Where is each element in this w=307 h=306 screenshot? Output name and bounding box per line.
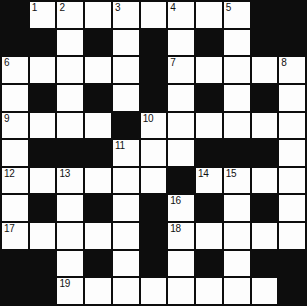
white-cell-r3c10[interactable] [279,85,305,111]
white-cell-r4c7[interactable] [196,113,222,139]
black-cell-r1c0 [2,30,28,56]
white-cell-r0c5[interactable] [141,2,167,28]
white-cell-r10c5[interactable] [141,278,167,304]
black-cell-r1c9 [252,30,278,56]
white-cell-r10c8[interactable] [224,278,250,304]
white-cell-r4c0[interactable]: 9 [2,113,28,139]
clue-number-8: 8 [281,57,286,68]
white-cell-r7c10[interactable] [279,195,305,221]
white-cell-r0c2[interactable]: 2 [57,2,83,28]
black-cell-r3c7 [196,85,222,111]
white-cell-r6c10[interactable] [279,168,305,194]
white-cell-r10c7[interactable] [196,278,222,304]
black-cell-r6c6 [168,168,194,194]
white-cell-r1c2[interactable] [57,30,83,56]
black-cell-r9c0 [2,251,28,277]
white-cell-r5c10[interactable] [279,140,305,166]
white-cell-r6c7[interactable]: 14 [196,168,222,194]
white-cell-r7c6[interactable]: 16 [168,195,194,221]
black-cell-r5c1 [30,140,56,166]
black-cell-r3c5 [141,85,167,111]
white-cell-r6c0[interactable]: 12 [2,168,28,194]
clue-number-16: 16 [170,195,181,206]
white-cell-r10c4[interactable] [113,278,139,304]
white-cell-r7c8[interactable] [224,195,250,221]
white-cell-r4c1[interactable] [30,113,56,139]
crossword-board: 12345678910111213141516171819 [0,0,307,306]
black-cell-r4c4 [113,113,139,139]
white-cell-r2c10[interactable]: 8 [279,57,305,83]
white-cell-r10c9[interactable] [252,278,278,304]
white-cell-r5c0[interactable] [2,140,28,166]
black-cell-r10c1 [30,278,56,304]
clue-number-11: 11 [115,140,125,151]
black-cell-r2c5 [141,57,167,83]
white-cell-r9c8[interactable] [224,251,250,277]
white-cell-r5c5[interactable] [141,140,167,166]
white-cell-r10c2[interactable]: 19 [57,278,83,304]
black-cell-r1c5 [141,30,167,56]
white-cell-r8c6[interactable]: 18 [168,223,194,249]
white-cell-r7c4[interactable] [113,195,139,221]
white-cell-r2c1[interactable] [30,57,56,83]
clue-number-4: 4 [170,2,175,13]
black-cell-r7c5 [141,195,167,221]
white-cell-r6c5[interactable] [141,168,167,194]
white-cell-r3c4[interactable] [113,85,139,111]
clue-number-3: 3 [115,2,120,13]
black-cell-r9c5 [141,251,167,277]
white-cell-r0c8[interactable]: 5 [224,2,250,28]
white-cell-r4c8[interactable] [224,113,250,139]
black-cell-r0c0 [2,2,28,28]
black-cell-r5c8 [224,140,250,166]
white-cell-r3c2[interactable] [57,85,83,111]
clue-number-5: 5 [226,2,231,13]
white-cell-r5c6[interactable] [168,140,194,166]
white-cell-r4c5[interactable]: 10 [141,113,167,139]
white-cell-r1c8[interactable] [224,30,250,56]
white-cell-r0c6[interactable]: 4 [168,2,194,28]
clue-number-6: 6 [4,57,9,68]
white-cell-r2c2[interactable] [57,57,83,83]
white-cell-r8c0[interactable]: 17 [2,223,28,249]
white-cell-r8c4[interactable] [113,223,139,249]
white-cell-r2c8[interactable] [224,57,250,83]
black-cell-r9c1 [30,251,56,277]
black-cell-r5c7 [196,140,222,166]
white-cell-r2c4[interactable] [113,57,139,83]
black-cell-r1c3 [85,30,111,56]
white-cell-r6c3[interactable] [85,168,111,194]
black-cell-r3c3 [85,85,111,111]
white-cell-r8c7[interactable] [196,223,222,249]
black-cell-r3c9 [252,85,278,111]
clue-number-10: 10 [143,113,154,124]
white-cell-r3c0[interactable] [2,85,28,111]
black-cell-r7c1 [30,195,56,221]
clue-number-1: 1 [32,2,37,13]
white-cell-r8c8[interactable] [224,223,250,249]
white-cell-r6c1[interactable] [30,168,56,194]
white-cell-r4c9[interactable] [252,113,278,139]
white-cell-r3c8[interactable] [224,85,250,111]
white-cell-r4c6[interactable] [168,113,194,139]
white-cell-r2c9[interactable] [252,57,278,83]
black-cell-r8c5 [141,223,167,249]
black-cell-r0c10 [279,2,305,28]
white-cell-r4c10[interactable] [279,113,305,139]
black-cell-r9c10 [279,251,305,277]
white-cell-r8c2[interactable] [57,223,83,249]
clue-number-9: 9 [4,113,9,124]
white-cell-r2c0[interactable]: 6 [2,57,28,83]
white-cell-r4c3[interactable] [85,113,111,139]
white-cell-r6c8[interactable]: 15 [224,168,250,194]
black-cell-r9c7 [196,251,222,277]
black-cell-r10c0 [2,278,28,304]
black-cell-r7c9 [252,195,278,221]
white-cell-r6c9[interactable] [252,168,278,194]
black-cell-r5c2 [57,140,83,166]
white-cell-r1c4[interactable] [113,30,139,56]
clue-number-17: 17 [4,223,15,234]
white-cell-r8c3[interactable] [85,223,111,249]
white-cell-r2c7[interactable] [196,57,222,83]
white-cell-r1c6[interactable] [168,30,194,56]
clue-number-12: 12 [4,168,15,179]
white-cell-r10c6[interactable] [168,278,194,304]
black-cell-r5c3 [85,140,111,166]
white-cell-r2c6[interactable]: 7 [168,57,194,83]
black-cell-r5c9 [252,140,278,166]
white-cell-r7c0[interactable] [2,195,28,221]
white-cell-r9c6[interactable] [168,251,194,277]
black-cell-r9c3 [85,251,111,277]
white-cell-r6c4[interactable] [113,168,139,194]
clue-number-14: 14 [198,168,209,179]
clue-number-15: 15 [226,168,237,179]
clue-number-18: 18 [170,223,181,234]
clue-number-13: 13 [59,168,70,179]
white-cell-r2c3[interactable] [85,57,111,83]
clue-number-7: 7 [170,57,175,68]
white-cell-r4c2[interactable] [57,113,83,139]
white-cell-r8c1[interactable] [30,223,56,249]
white-cell-r9c4[interactable] [113,251,139,277]
white-cell-r3c6[interactable] [168,85,194,111]
white-cell-r8c10[interactable] [279,223,305,249]
black-cell-r10c10 [279,278,305,304]
black-cell-r1c1 [30,30,56,56]
white-cell-r5c4[interactable]: 11 [113,140,139,166]
white-cell-r10c3[interactable] [85,278,111,304]
clue-number-19: 19 [59,278,70,289]
black-cell-r7c3 [85,195,111,221]
white-cell-r0c7[interactable] [196,2,222,28]
white-cell-r0c1[interactable]: 1 [30,2,56,28]
white-cell-r8c9[interactable] [252,223,278,249]
white-cell-r0c4[interactable]: 3 [113,2,139,28]
black-cell-r3c1 [30,85,56,111]
white-cell-r7c2[interactable] [57,195,83,221]
clue-number-2: 2 [59,2,64,13]
black-cell-r0c9 [252,2,278,28]
black-cell-r1c10 [279,30,305,56]
white-cell-r6c2[interactable]: 13 [57,168,83,194]
white-cell-r9c2[interactable] [57,251,83,277]
black-cell-r9c9 [252,251,278,277]
black-cell-r1c7 [196,30,222,56]
white-cell-r0c3[interactable] [85,2,111,28]
black-cell-r7c7 [196,195,222,221]
